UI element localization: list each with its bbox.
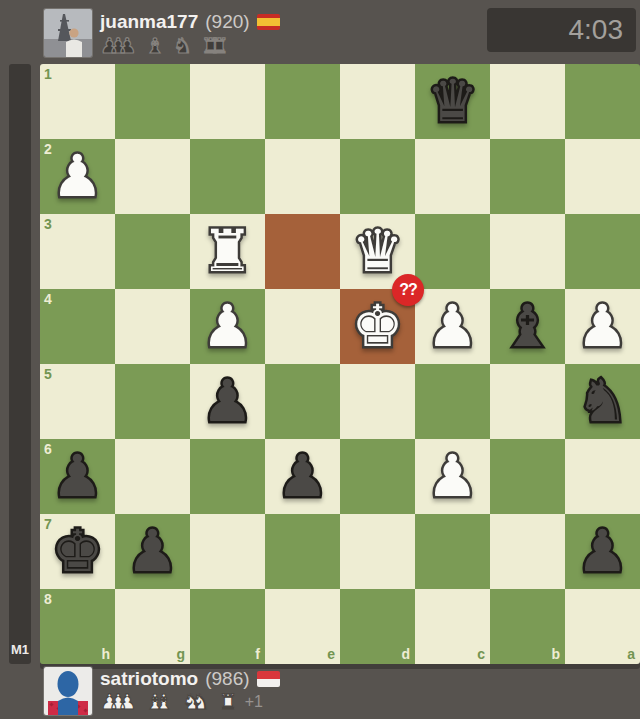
file-label-g: g	[176, 646, 185, 662]
square-g6[interactable]	[115, 439, 190, 514]
chess-app: juanma177 (920) ♟♟♟♝♞♜♜ 4:03 M1 12345678…	[0, 0, 640, 719]
square-e8[interactable]: e	[265, 589, 340, 664]
captured-rook-group: ♜♜	[201, 35, 229, 57]
square-b5[interactable]	[490, 364, 565, 439]
square-f6[interactable]	[190, 439, 265, 514]
opponent-username: juanma177	[100, 11, 198, 33]
chess-board: 12345678hgfedcba??	[40, 64, 640, 664]
square-d8[interactable]: d	[340, 589, 415, 664]
square-h2[interactable]: 2	[40, 139, 115, 214]
material-advantage: +1	[245, 693, 263, 711]
square-h4[interactable]: 4	[40, 289, 115, 364]
blunder-badge: ??	[392, 274, 424, 306]
square-b8[interactable]: b	[490, 589, 565, 664]
captured-pawn-group: ♟♟♟	[100, 35, 136, 57]
square-a4[interactable]	[565, 289, 640, 364]
opponent-clock: 4:03	[487, 8, 636, 52]
piece-black-knight[interactable]	[565, 364, 640, 439]
player-username: satriotomo	[100, 668, 198, 690]
spain-flag-icon	[257, 14, 280, 30]
player-avatar[interactable]	[44, 667, 92, 715]
square-f1[interactable]	[190, 64, 265, 139]
captured-knight-group: ♞	[173, 35, 192, 57]
square-g5[interactable]	[115, 364, 190, 439]
square-d6[interactable]	[340, 439, 415, 514]
captured-pawn-group: ♟♟♟	[100, 691, 136, 713]
opponent-avatar[interactable]	[44, 9, 92, 57]
piece-black-pawn[interactable]	[565, 514, 640, 589]
piece-white-pawn[interactable]	[415, 289, 490, 364]
evaluation-bar: M1	[9, 64, 31, 664]
file-label-e: e	[327, 646, 335, 662]
piece-white-pawn[interactable]	[40, 139, 115, 214]
square-e3[interactable]	[265, 214, 340, 289]
player-name-row[interactable]: satriotomo (986)	[100, 668, 280, 690]
square-d1[interactable]	[340, 64, 415, 139]
piece-black-bishop[interactable]	[490, 289, 565, 364]
square-f3[interactable]	[190, 214, 265, 289]
square-h3[interactable]: 3	[40, 214, 115, 289]
square-b2[interactable]	[490, 139, 565, 214]
indonesia-flag-icon	[257, 671, 280, 687]
opponent-rating: (920)	[205, 11, 249, 33]
captured-bishop-group: ♝	[145, 35, 164, 57]
piece-black-king[interactable]	[40, 514, 115, 589]
square-b6[interactable]	[490, 439, 565, 514]
captured-bishop-group: ♝♝	[145, 691, 173, 713]
square-d2[interactable]	[340, 139, 415, 214]
rank-label-8: 8	[44, 591, 52, 607]
piece-black-pawn[interactable]	[265, 439, 340, 514]
file-label-f: f	[255, 646, 260, 662]
square-c4[interactable]	[415, 289, 490, 364]
square-a8[interactable]: a	[565, 589, 640, 664]
file-label-a: a	[627, 646, 635, 662]
piece-black-queen[interactable]	[415, 64, 490, 139]
piece-black-pawn[interactable]	[115, 514, 190, 589]
square-a1[interactable]	[565, 64, 640, 139]
opponent-avatar-photo	[44, 9, 92, 57]
file-label-c: c	[477, 646, 485, 662]
square-b1[interactable]	[490, 64, 565, 139]
square-h7[interactable]: 7	[40, 514, 115, 589]
square-e1[interactable]	[265, 64, 340, 139]
square-f8[interactable]: f	[190, 589, 265, 664]
square-b7[interactable]	[490, 514, 565, 589]
rank-label-4: 4	[44, 291, 52, 307]
square-a6[interactable]	[565, 439, 640, 514]
rank-label-5: 5	[44, 366, 52, 382]
square-e7[interactable]	[265, 514, 340, 589]
square-f7[interactable]	[190, 514, 265, 589]
square-g7[interactable]	[115, 514, 190, 589]
square-h6[interactable]: 6	[40, 439, 115, 514]
square-e2[interactable]	[265, 139, 340, 214]
square-h1[interactable]: 1	[40, 64, 115, 139]
piece-white-pawn[interactable]	[565, 289, 640, 364]
player-bar: satriotomo (986) ♟♟♟♝♝♞♞♜+1 0:57	[0, 664, 640, 719]
piece-white-pawn[interactable]	[190, 289, 265, 364]
square-b3[interactable]	[490, 214, 565, 289]
square-e4[interactable]	[265, 289, 340, 364]
square-f2[interactable]	[190, 139, 265, 214]
square-g1[interactable]	[115, 64, 190, 139]
player-captured-pieces: ♟♟♟♝♝♞♞♜+1	[100, 691, 263, 713]
piece-white-pawn[interactable]	[415, 439, 490, 514]
square-d5[interactable]	[340, 364, 415, 439]
square-a2[interactable]	[565, 139, 640, 214]
file-label-h: h	[101, 646, 110, 662]
square-c8[interactable]: c	[415, 589, 490, 664]
file-label-b: b	[551, 646, 560, 662]
square-c6[interactable]	[415, 439, 490, 514]
file-label-d: d	[401, 646, 410, 662]
captured-knight-group: ♞♞	[182, 691, 210, 713]
square-c5[interactable]	[415, 364, 490, 439]
square-f5[interactable]	[190, 364, 265, 439]
square-c3[interactable]	[415, 214, 490, 289]
square-b4[interactable]	[490, 289, 565, 364]
piece-white-rook[interactable]	[190, 214, 265, 289]
player-rating: (986)	[205, 668, 249, 690]
opponent-clock-time: 4:03	[569, 14, 624, 46]
square-g4[interactable]	[115, 289, 190, 364]
square-a3[interactable]	[565, 214, 640, 289]
opponent-bar: juanma177 (920) ♟♟♟♝♞♜♜ 4:03	[0, 0, 640, 64]
square-d7[interactable]	[340, 514, 415, 589]
square-h5[interactable]: 5	[40, 364, 115, 439]
rank-label-3: 3	[44, 216, 52, 232]
square-c1[interactable]	[415, 64, 490, 139]
evaluation-label: M1	[9, 642, 31, 657]
square-g3[interactable]	[115, 214, 190, 289]
piece-black-pawn[interactable]	[40, 439, 115, 514]
square-e5[interactable]	[265, 364, 340, 439]
piece-black-pawn[interactable]	[190, 364, 265, 439]
opponent-name-row[interactable]: juanma177 (920)	[100, 11, 280, 33]
player-avatar-image	[44, 667, 92, 715]
square-a5[interactable]	[565, 364, 640, 439]
square-e6[interactable]	[265, 439, 340, 514]
captured-rook-group: ♜	[219, 691, 238, 713]
square-c2[interactable]	[415, 139, 490, 214]
square-h8[interactable]: 8h	[40, 589, 115, 664]
square-f4[interactable]	[190, 289, 265, 364]
square-a7[interactable]	[565, 514, 640, 589]
square-c7[interactable]	[415, 514, 490, 589]
square-g8[interactable]: g	[115, 589, 190, 664]
opponent-captured-pieces: ♟♟♟♝♞♜♜	[100, 35, 229, 57]
square-g2[interactable]	[115, 139, 190, 214]
rank-label-1: 1	[44, 66, 52, 82]
